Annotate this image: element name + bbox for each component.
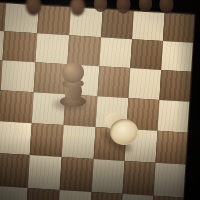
board-square-f7[interactable] <box>99 37 132 68</box>
board-square-g7[interactable] <box>130 39 163 70</box>
chessboard-photo <box>0 0 200 200</box>
board-square-h7[interactable] <box>161 41 193 72</box>
board-square-f8[interactable] <box>101 9 134 39</box>
board-square-e2[interactable] <box>58 190 92 200</box>
far-rank-piece-head[interactable] <box>139 0 153 12</box>
black-pawn[interactable] <box>58 62 88 108</box>
board-square-d7[interactable] <box>35 33 69 64</box>
board-square-c3[interactable] <box>0 153 30 188</box>
chess-board[interactable] <box>0 0 195 200</box>
board-square-h4[interactable] <box>156 131 188 165</box>
board-square-c6[interactable] <box>1 60 36 92</box>
bp-head <box>62 62 84 83</box>
board-square-d4[interactable] <box>30 123 64 157</box>
board-square-c5[interactable] <box>0 90 34 123</box>
board-square-h6[interactable] <box>159 70 191 102</box>
board-square-f3[interactable] <box>92 159 125 194</box>
board-square-c2[interactable] <box>0 186 28 200</box>
board-square-d3[interactable] <box>28 155 62 190</box>
board-square-h5[interactable] <box>157 100 189 133</box>
white-pawn[interactable] <box>104 111 144 151</box>
board-square-h3[interactable] <box>154 163 186 198</box>
board-square-h8[interactable] <box>163 13 195 43</box>
board-square-g8[interactable] <box>132 11 165 41</box>
board-square-g6[interactable] <box>128 68 161 100</box>
board-square-f6[interactable] <box>97 66 130 98</box>
board-square-g2[interactable] <box>121 194 154 200</box>
far-rank-piece-head[interactable] <box>159 0 173 14</box>
wp-head <box>113 122 137 144</box>
board-square-e3[interactable] <box>60 157 94 192</box>
board-square-f2[interactable] <box>90 192 123 200</box>
board-square-c7[interactable] <box>3 31 38 62</box>
board-square-d2[interactable] <box>26 188 60 200</box>
board-square-d8[interactable] <box>37 5 71 35</box>
board-square-h2[interactable] <box>151 196 183 200</box>
board-square-g3[interactable] <box>123 161 156 196</box>
board-square-e4[interactable] <box>62 125 96 159</box>
